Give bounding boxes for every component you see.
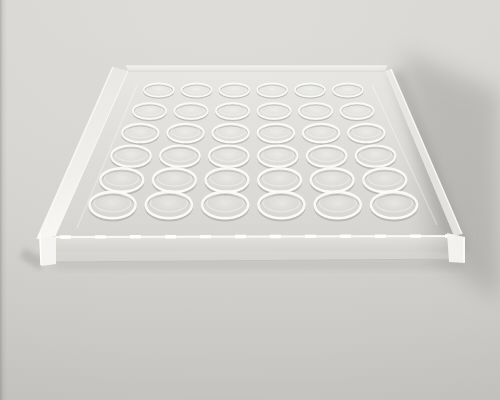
product-photo — [0, 0, 500, 400]
hole-r2c4 — [257, 103, 290, 120]
tray-front-bevel-highlight — [55, 236, 454, 237]
hole-r3c4 — [258, 124, 294, 144]
hole-r1c2 — [182, 83, 212, 98]
hole-r3c3 — [213, 124, 249, 144]
hole-r6c2 — [146, 192, 192, 221]
hole-r2c2 — [174, 103, 207, 120]
hole-r5c5 — [311, 168, 354, 194]
hole-r1c3 — [219, 83, 249, 98]
tray-back-edge-face — [126, 66, 387, 71]
hole-r5c3 — [206, 168, 249, 194]
hole-r2c1 — [133, 103, 166, 120]
hole-r3c2 — [167, 124, 203, 144]
hole-r5c4 — [258, 168, 301, 194]
acrylic-tray — [37, 66, 465, 266]
corner-post-front-left-highlight — [40, 234, 41, 265]
hole-r2c6 — [340, 103, 373, 120]
hole-r3c5 — [303, 124, 339, 144]
hole-r4c1 — [111, 146, 151, 169]
hole-r6c1 — [90, 192, 136, 221]
hole-r3c1 — [122, 124, 158, 144]
hole-r5c6 — [363, 168, 406, 194]
hole-r5c2 — [153, 168, 196, 194]
hole-r1c4 — [257, 83, 287, 98]
hole-r2c5 — [299, 103, 332, 120]
hole-r6c5 — [315, 192, 361, 221]
scene — [0, 0, 500, 400]
hole-r4c3 — [209, 146, 249, 169]
hole-r1c5 — [295, 83, 325, 98]
hole-r4c4 — [258, 146, 298, 169]
hole-r2c3 — [216, 103, 249, 120]
hole-r4c6 — [356, 146, 396, 169]
hole-r5c1 — [100, 168, 143, 194]
hole-r6c3 — [202, 192, 248, 221]
corner-post-front-right — [447, 233, 465, 263]
hole-r1c1 — [144, 83, 174, 98]
hole-r4c2 — [160, 146, 200, 169]
hole-r3c6 — [348, 124, 384, 144]
hole-r6c4 — [258, 192, 304, 221]
tray-front-face — [48, 236, 464, 262]
hole-r6c6 — [371, 192, 417, 221]
hole-r4c5 — [307, 146, 347, 169]
hole-r1c6 — [333, 83, 363, 98]
